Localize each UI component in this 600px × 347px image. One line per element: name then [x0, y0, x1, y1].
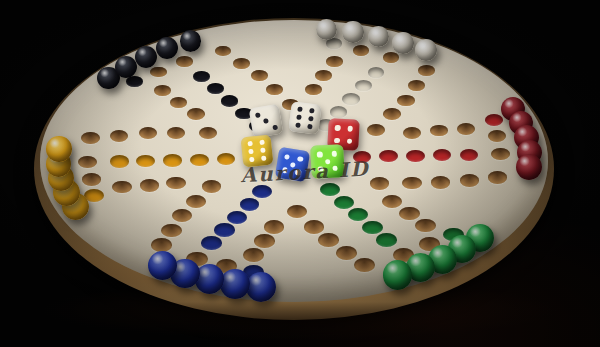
track-hole: [353, 45, 369, 56]
start-marble-green-5: [383, 260, 413, 290]
track-hole: [326, 56, 342, 67]
track-hole: [399, 207, 419, 220]
start-marble-black-2: [115, 56, 138, 79]
home-hole-yellow-3: [163, 154, 182, 166]
die-red-pip: [334, 125, 340, 131]
start-marble-black-3: [135, 46, 157, 68]
start-marble-yellow-5: [46, 136, 71, 161]
home-hole-black-5: [193, 71, 210, 82]
start-marble-blue-5: [148, 251, 177, 280]
track-hole: [110, 130, 128, 142]
comeout-hole-white: [326, 38, 342, 48]
track-hole: [305, 84, 322, 95]
die-white-1-pip: [272, 124, 278, 130]
track-hole: [491, 148, 510, 160]
track-hole: [167, 127, 185, 139]
track-hole: [315, 70, 332, 81]
track-hole: [415, 219, 435, 232]
die-yellow-pip: [248, 141, 254, 147]
track-hole: [187, 108, 205, 120]
start-marble-white-2: [342, 21, 363, 42]
home-hole-white-2: [330, 106, 348, 118]
die-white-1-pip: [263, 118, 269, 124]
home-hole-yellow-4: [136, 155, 155, 167]
track-hole: [383, 108, 401, 120]
start-marble-blue-2: [220, 269, 250, 299]
track-hole: [139, 127, 157, 139]
start-marble-white-5: [415, 39, 437, 61]
home-hole-green-5: [376, 233, 397, 247]
die-white-2-pip: [296, 122, 302, 128]
track-hole: [488, 171, 507, 184]
track-hole: [266, 84, 283, 95]
track-hole: [112, 181, 131, 194]
home-hole-red-5: [460, 149, 479, 161]
die-yellow-pip: [249, 157, 255, 163]
track-hole: [336, 246, 357, 260]
track-hole: [151, 238, 172, 252]
home-hole-yellow-5: [110, 155, 129, 167]
track-hole: [78, 156, 97, 168]
start-marble-white-4: [392, 32, 414, 54]
track-hole: [304, 220, 324, 233]
die-blue-pip: [283, 153, 289, 159]
die-white-2-pip: [308, 116, 314, 122]
track-hole: [318, 233, 339, 247]
die-white-2-pip: [307, 124, 313, 130]
start-marble-red-5: [516, 154, 542, 180]
track-hole: [166, 177, 185, 190]
track-hole: [402, 177, 421, 190]
track-hole: [81, 132, 99, 144]
die-yellow-pip: [259, 140, 265, 146]
track-hole: [397, 95, 414, 106]
track-hole: [403, 127, 421, 139]
photo-scene: Aurora ID: [0, 0, 600, 347]
die-white-2-pip: [297, 107, 303, 113]
track-hole: [161, 224, 181, 237]
die-white-1-pip: [254, 112, 260, 118]
track-hole: [199, 127, 217, 139]
track-hole: [82, 173, 101, 186]
home-hole-blue-4: [214, 223, 234, 236]
die-red-pip: [346, 138, 352, 144]
home-hole-red-3: [406, 150, 425, 162]
die-white-2-pip: [297, 114, 303, 120]
home-hole-blue-2: [240, 198, 260, 211]
comeout-hole-red: [485, 114, 503, 126]
die-green-pip: [331, 150, 337, 156]
track-hole: [367, 124, 385, 136]
die-white-2: [288, 101, 321, 134]
track-hole: [254, 234, 275, 248]
die-yellow-pip: [249, 149, 255, 155]
track-hole: [154, 85, 171, 96]
start-marble-blue-1: [246, 272, 276, 302]
track-hole: [430, 125, 448, 137]
track-hole: [202, 180, 221, 193]
home-hole-yellow-2: [190, 154, 209, 166]
home-hole-white-3: [342, 93, 359, 104]
home-hole-green-1: [320, 183, 339, 196]
die-white-1: [249, 104, 284, 139]
track-hole: [383, 52, 399, 63]
die-yellow-pip: [261, 155, 267, 161]
track-hole: [431, 176, 450, 189]
track-hole: [457, 123, 475, 135]
home-hole-green-2: [334, 196, 354, 209]
track-hole: [408, 80, 425, 91]
track-hole: [264, 220, 284, 233]
home-hole-black-3: [221, 95, 238, 106]
track-hole: [233, 58, 249, 69]
die-red-pip: [347, 125, 353, 131]
die-white-2-pip: [309, 108, 315, 114]
track-hole: [176, 56, 192, 67]
die-green-pip: [316, 151, 322, 157]
die-yellow-pip: [260, 148, 266, 154]
home-hole-green-4: [362, 221, 382, 234]
track-hole: [140, 179, 159, 192]
home-hole-blue-3: [227, 211, 247, 224]
die-red-pip: [334, 137, 340, 143]
track-hole: [460, 174, 479, 187]
track-hole: [243, 248, 264, 262]
